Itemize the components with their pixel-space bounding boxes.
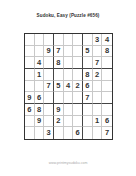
cell-r2c7: 5 [83,46,93,58]
cell-r8c5 [64,116,74,128]
cell-r3c5 [64,57,74,69]
cell-r9c5 [64,127,74,139]
cell-r1c6 [73,34,83,46]
cell-r1c8: 3 [93,34,103,46]
cell-r7c8 [93,104,103,116]
cell-r7c4: 9 [54,104,64,116]
cell-r2c9: 8 [102,46,112,58]
cell-r7c1: 6 [25,104,35,116]
cell-r9c4 [54,127,64,139]
cell-r6c5 [64,92,74,104]
cell-r4c6 [73,69,83,81]
cell-r7c6 [73,104,83,116]
cell-r4c2: 1 [35,69,45,81]
footer-url: www.printmysudoku.com [0,161,136,165]
cell-r1c1 [25,34,35,46]
cell-r9c3: 3 [44,127,54,139]
cell-r6c4 [54,92,64,104]
cell-r2c3: 9 [44,46,54,58]
cell-r4c1 [25,69,35,81]
cell-r8c2: 9 [35,116,45,128]
cell-r1c3 [44,34,54,46]
cell-r5c1 [25,81,35,93]
cell-r5c6: 2 [73,81,83,93]
cell-r9c2 [35,127,45,139]
cell-r9c1 [25,127,35,139]
cell-r2c6 [73,46,83,58]
cell-r3c4: 8 [54,57,64,69]
cell-r2c5 [64,46,74,58]
cell-r3c7 [83,57,93,69]
page-title: Sudoku, Easy (Puzzle #656) [0,13,136,18]
cell-r6c7: 7 [83,92,93,104]
cell-r8c3 [44,116,54,128]
sudoku-grid: 349758487182754269676899216367 [24,33,113,140]
cell-r9c7 [83,127,93,139]
cell-r5c4: 5 [54,81,64,93]
cell-r4c3 [44,69,54,81]
cell-r5c8 [93,81,103,93]
cell-r8c7 [83,116,93,128]
cell-r7c3 [44,104,54,116]
cell-r1c5 [64,34,74,46]
cell-r1c2 [35,34,45,46]
cell-r3c6 [73,57,83,69]
cell-r6c8 [93,92,103,104]
cell-r4c4 [54,69,64,81]
cell-r6c2: 6 [35,92,45,104]
cell-r9c8 [93,127,103,139]
cell-r2c2 [35,46,45,58]
cell-r8c8: 1 [93,116,103,128]
cell-r4c9 [102,69,112,81]
cell-r3c1 [25,57,35,69]
cell-r3c2: 4 [35,57,45,69]
cell-r5c5: 4 [64,81,74,93]
cell-r3c9 [102,57,112,69]
cell-r1c9: 4 [102,34,112,46]
cell-r1c4 [54,34,64,46]
cell-r7c7 [83,104,93,116]
cell-r8c1 [25,116,35,128]
cell-r9c6: 6 [73,127,83,139]
cell-r6c3 [44,92,54,104]
cell-r8c9: 6 [102,116,112,128]
cell-r3c3 [44,57,54,69]
cell-r4c7: 8 [83,69,93,81]
cell-r5c3: 7 [44,81,54,93]
cell-r5c9 [102,81,112,93]
cell-r6c9 [102,92,112,104]
cell-r7c5 [64,104,74,116]
cell-r4c5 [64,69,74,81]
cell-r6c1: 9 [25,92,35,104]
cell-r5c2 [35,81,45,93]
cell-r2c8 [93,46,103,58]
cell-r8c4: 2 [54,116,64,128]
cell-r7c2: 8 [35,104,45,116]
cell-r1c7 [83,34,93,46]
cell-r5c7: 6 [83,81,93,93]
sudoku-page: Sudoku, Easy (Puzzle #656) 3497584871827… [0,0,136,176]
cell-r4c8: 2 [93,69,103,81]
cell-r3c8: 7 [93,57,103,69]
cell-r6c6 [73,92,83,104]
cell-r2c1 [25,46,35,58]
cell-r2c4: 7 [54,46,64,58]
cell-r9c9: 7 [102,127,112,139]
cell-r8c6 [73,116,83,128]
cell-r7c9 [102,104,112,116]
